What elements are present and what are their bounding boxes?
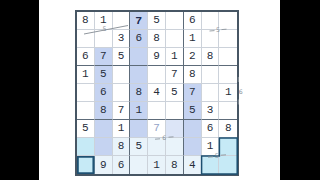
cell-r7c6[interactable] xyxy=(166,120,184,138)
letterbox-bar-left xyxy=(0,0,39,180)
cell-r9c9[interactable] xyxy=(219,156,237,174)
cell-r5c1[interactable] xyxy=(77,84,95,102)
cell-r7c5[interactable]: 7 xyxy=(148,120,166,138)
cell-r4c5[interactable] xyxy=(148,66,166,84)
cell-r2c1[interactable] xyxy=(77,30,95,48)
cell-r7c7[interactable] xyxy=(184,120,202,138)
cell-r7c4[interactable] xyxy=(130,120,148,138)
cell-r5c9[interactable]: 1 xyxy=(219,84,237,102)
cell-r2c9[interactable] xyxy=(219,30,237,48)
cell-r8c8[interactable]: 1 xyxy=(202,138,220,156)
cell-r8c7[interactable] xyxy=(184,138,202,156)
cell-r9c2[interactable]: 9 xyxy=(95,156,113,174)
cell-r9c5[interactable]: 1 xyxy=(148,156,166,174)
cell-r2c5[interactable]: 8 xyxy=(148,30,166,48)
cell-r4c4[interactable] xyxy=(130,66,148,84)
cell-r8c6[interactable] xyxy=(166,138,184,156)
cell-r4c8[interactable] xyxy=(202,66,220,84)
cell-r4c7[interactable]: 8 xyxy=(184,66,202,84)
cell-r7c2[interactable] xyxy=(95,120,113,138)
cell-r2c3[interactable]: 3 xyxy=(113,30,131,48)
cell-r4c3[interactable] xyxy=(113,66,131,84)
cell-r8c9[interactable] xyxy=(219,138,237,156)
cell-r5c8[interactable] xyxy=(202,84,220,102)
cell-r5c6[interactable]: 5 xyxy=(166,84,184,102)
cell-r1c4[interactable]: 7 xyxy=(130,12,148,30)
cell-r7c3[interactable]: 1 xyxy=(113,120,131,138)
cell-r1c8[interactable] xyxy=(202,12,220,30)
cell-r2c2[interactable] xyxy=(95,30,113,48)
cell-r3c8[interactable]: 8 xyxy=(202,48,220,66)
cell-r4c9[interactable] xyxy=(219,66,237,84)
cell-r1c3[interactable] xyxy=(113,12,131,30)
cell-r6c3[interactable]: 7 xyxy=(113,102,131,120)
cell-r2c8[interactable] xyxy=(202,30,220,48)
cell-r1c5[interactable]: 5 xyxy=(148,12,166,30)
cell-r5c4[interactable]: 8 xyxy=(130,84,148,102)
cell-r9c6[interactable]: 8 xyxy=(166,156,184,174)
cell-r1c9[interactable] xyxy=(219,12,237,30)
cell-r2c6[interactable] xyxy=(166,30,184,48)
cell-r1c7[interactable]: 6 xyxy=(184,12,202,30)
cell-r5c3[interactable] xyxy=(113,84,131,102)
cell-r7c1[interactable]: 5 xyxy=(77,120,95,138)
cell-r6c5[interactable] xyxy=(148,102,166,120)
cell-r9c4[interactable] xyxy=(130,156,148,174)
cell-r5c5[interactable]: 4 xyxy=(148,84,166,102)
cell-r6c9[interactable] xyxy=(219,102,237,120)
cell-r6c1[interactable] xyxy=(77,102,95,120)
cell-r5c7[interactable]: 7 xyxy=(184,84,202,102)
sudoku-board: 8175636816759128157868457187153517688519… xyxy=(75,10,239,176)
cell-r9c1[interactable] xyxy=(77,156,95,174)
cell-r4c1[interactable]: 1 xyxy=(77,66,95,84)
cell-r4c2[interactable]: 5 xyxy=(95,66,113,84)
cell-r6c4[interactable]: 1 xyxy=(130,102,148,120)
cell-r6c8[interactable]: 3 xyxy=(202,102,220,120)
cell-r7c9[interactable]: 8 xyxy=(219,120,237,138)
cell-r4c6[interactable]: 7 xyxy=(166,66,184,84)
cell-r5c2[interactable]: 6 xyxy=(95,84,113,102)
cell-r2c4[interactable]: 6 xyxy=(130,30,148,48)
cell-r9c8[interactable] xyxy=(202,156,220,174)
cell-r1c6[interactable] xyxy=(166,12,184,30)
cell-r3c5[interactable]: 9 xyxy=(148,48,166,66)
cell-r3c3[interactable]: 5 xyxy=(113,48,131,66)
cell-r8c3[interactable]: 8 xyxy=(113,138,131,156)
cell-r1c2[interactable]: 1 xyxy=(95,12,113,30)
cell-r3c6[interactable]: 1 xyxy=(166,48,184,66)
cell-r3c1[interactable]: 6 xyxy=(77,48,95,66)
cell-r6c7[interactable]: 5 xyxy=(184,102,202,120)
cell-r9c7[interactable]: 4 xyxy=(184,156,202,174)
cell-r6c6[interactable] xyxy=(166,102,184,120)
cell-r2c7[interactable]: 1 xyxy=(184,30,202,48)
cell-r8c2[interactable] xyxy=(95,138,113,156)
cell-r7c8[interactable]: 6 xyxy=(202,120,220,138)
cell-r3c7[interactable]: 2 xyxy=(184,48,202,66)
cell-r9c3[interactable]: 6 xyxy=(113,156,131,174)
letterbox-bar-right xyxy=(280,0,320,180)
cell-r6c2[interactable]: 8 xyxy=(95,102,113,120)
cell-r3c2[interactable]: 7 xyxy=(95,48,113,66)
cell-r8c1[interactable] xyxy=(77,138,95,156)
cell-r8c5[interactable] xyxy=(148,138,166,156)
cell-r1c1[interactable]: 8 xyxy=(77,12,95,30)
cell-r3c9[interactable] xyxy=(219,48,237,66)
cell-r3c4[interactable] xyxy=(130,48,148,66)
cell-r8c4[interactable]: 5 xyxy=(130,138,148,156)
